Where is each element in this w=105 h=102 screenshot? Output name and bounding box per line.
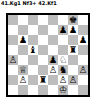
square-e6 [48,35,58,45]
square-a4: ♙ [8,55,18,65]
white-pawn: ♙ [9,55,18,65]
square-e7 [48,25,58,35]
white-pawn: ♙ [49,65,58,75]
black-knight: ♞ [59,65,68,75]
square-g1 [68,85,78,95]
square-b2: ♙ [18,75,28,85]
black-pawn: ♟ [49,55,58,65]
square-d7 [38,25,48,35]
square-b8 [18,15,28,25]
move-caption: 41.Kg1 Nf3+ 42.Kf1 [1,0,57,6]
square-h4 [78,55,88,65]
square-h1 [78,85,88,95]
square-g8: ♚ [68,15,78,25]
square-b4 [18,55,28,65]
chess-board: ♚♟♟♟♟♝♜♙♟♘♕♙♞♙♙♜♙♙♔ [6,13,90,97]
square-f3: ♞ [58,65,68,75]
square-c4 [28,55,38,65]
square-c1 [28,85,38,95]
square-b6: ♟ [18,35,28,45]
square-e1 [48,85,58,95]
square-f7: ♟ [58,25,68,35]
square-b3: ♕ [18,65,28,75]
chess-diagram-page: { "game": "chess", "caption": "41.Kg1 Nf… [0,0,105,102]
black-pawn: ♟ [59,25,68,35]
square-h5 [78,45,88,55]
square-a7 [8,25,18,35]
square-g5: ♜ [68,45,78,55]
square-d8 [38,15,48,25]
square-g7: ♟ [68,25,78,35]
square-a5 [8,45,18,55]
square-b7 [18,25,28,35]
square-a2 [8,75,18,85]
square-g3 [68,65,78,75]
square-b1 [18,85,28,95]
square-g4 [68,55,78,65]
square-e8 [48,15,58,25]
square-h7 [78,25,88,35]
square-c5: ♝ [28,45,38,55]
square-a3 [8,65,18,75]
black-rook: ♜ [39,75,48,85]
square-c7 [28,25,38,35]
square-e5 [48,45,58,55]
square-d1 [38,85,48,95]
square-h3: ♙ [78,65,88,75]
square-a1 [8,85,18,95]
square-c3 [28,65,38,75]
black-rook: ♜ [69,45,78,55]
square-d3 [38,65,48,75]
square-g6 [68,35,78,45]
square-h6: ♟ [78,35,88,45]
square-e3: ♙ [48,65,58,75]
white-pawn: ♙ [59,75,68,85]
square-h8 [78,15,88,25]
black-bishop: ♝ [29,45,38,55]
square-d6 [38,35,48,45]
square-d2: ♜ [38,75,48,85]
white-king: ♔ [59,85,68,95]
square-f6 [58,35,68,45]
square-f8 [58,15,68,25]
square-h2 [78,75,88,85]
square-a8 [8,15,18,25]
white-knight: ♘ [59,55,68,65]
black-pawn: ♟ [79,35,88,45]
square-a6 [8,35,18,45]
black-pawn: ♟ [19,35,28,45]
square-e4: ♟ [48,55,58,65]
square-c8 [28,15,38,25]
black-pawn: ♟ [69,25,78,35]
square-d4 [38,55,48,65]
square-f2: ♙ [58,75,68,85]
square-c2 [28,75,38,85]
square-b5 [18,45,28,55]
black-king: ♚ [69,15,78,25]
square-f5 [58,45,68,55]
white-pawn: ♙ [69,75,78,85]
square-g2: ♙ [68,75,78,85]
square-d5 [38,45,48,55]
white-queen: ♕ [19,65,28,75]
square-f1: ♔ [58,85,68,95]
square-c6 [28,35,38,45]
square-f4: ♘ [58,55,68,65]
square-e2 [48,75,58,85]
white-pawn: ♙ [79,65,88,75]
white-pawn: ♙ [19,75,28,85]
